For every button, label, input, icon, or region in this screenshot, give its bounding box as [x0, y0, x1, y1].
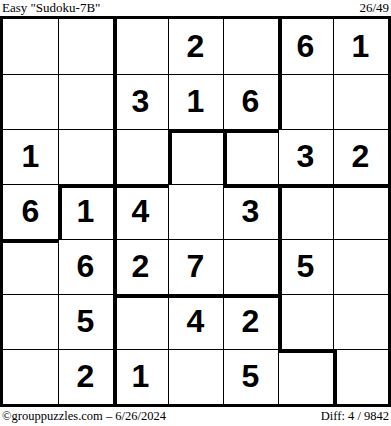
cell-r7c2[interactable]: 2: [58, 349, 113, 404]
cell-r1c6[interactable]: 6: [278, 19, 333, 74]
cell-r6c1[interactable]: [3, 294, 58, 349]
cell-r4c7[interactable]: [333, 184, 388, 239]
cell-r6c6[interactable]: [278, 294, 333, 349]
cell-r7c3[interactable]: 1: [113, 349, 168, 404]
puzzle-title: Easy "Sudoku-7B": [2, 0, 100, 15]
cell-r7c5[interactable]: 5: [223, 349, 278, 404]
header: Easy "Sudoku-7B" 26/49: [2, 0, 389, 15]
cell-r5c5[interactable]: [223, 239, 278, 294]
cell-r4c5[interactable]: 3: [223, 184, 278, 239]
cell-r2c5[interactable]: 6: [223, 74, 278, 129]
cell-r2c4[interactable]: 1: [168, 74, 223, 129]
cell-r5c1[interactable]: [3, 239, 58, 294]
cell-r4c1[interactable]: 6: [3, 184, 58, 239]
cell-r1c1[interactable]: [3, 19, 58, 74]
cell-r7c6[interactable]: [278, 349, 333, 404]
cell-r6c3[interactable]: [113, 294, 168, 349]
copyright-text: ©grouppuzzles.com – 6/26/2024: [2, 409, 166, 424]
cell-r6c2[interactable]: 5: [58, 294, 113, 349]
cell-r7c4[interactable]: [168, 349, 223, 404]
cell-r3c2[interactable]: [58, 129, 113, 184]
cell-r1c4[interactable]: 2: [168, 19, 223, 74]
cell-r7c1[interactable]: [3, 349, 58, 404]
cell-r3c1[interactable]: 1: [3, 129, 58, 184]
cell-r5c4[interactable]: 7: [168, 239, 223, 294]
cell-r2c2[interactable]: [58, 74, 113, 129]
cell-r7c7[interactable]: [333, 349, 388, 404]
cell-r3c5[interactable]: [223, 129, 278, 184]
cell-r5c3[interactable]: 2: [113, 239, 168, 294]
cell-r1c3[interactable]: [113, 19, 168, 74]
cell-r6c7[interactable]: [333, 294, 388, 349]
cell-r2c1[interactable]: [3, 74, 58, 129]
page-counter: 26/49: [359, 0, 389, 15]
cell-r6c5[interactable]: 2: [223, 294, 278, 349]
cell-r4c2[interactable]: 1: [58, 184, 113, 239]
cell-r2c3[interactable]: 3: [113, 74, 168, 129]
cell-r5c2[interactable]: 6: [58, 239, 113, 294]
cell-r3c4[interactable]: [168, 129, 223, 184]
footer: ©grouppuzzles.com – 6/26/2024 Diff: 4 / …: [2, 409, 389, 424]
cell-r1c2[interactable]: [58, 19, 113, 74]
cell-r3c3[interactable]: [113, 129, 168, 184]
cell-r2c7[interactable]: [333, 74, 388, 129]
cell-r1c5[interactable]: [223, 19, 278, 74]
cell-r2c6[interactable]: [278, 74, 333, 129]
cell-r5c7[interactable]: [333, 239, 388, 294]
cell-r4c4[interactable]: [168, 184, 223, 239]
cell-r3c6[interactable]: 3: [278, 129, 333, 184]
cell-r5c6[interactable]: 5: [278, 239, 333, 294]
cell-r6c4[interactable]: 4: [168, 294, 223, 349]
sudoku-grid: 26131613261436275542215: [0, 16, 391, 407]
cell-r4c6[interactable]: [278, 184, 333, 239]
cell-r3c7[interactable]: 2: [333, 129, 388, 184]
difficulty-text: Diff: 4 / 9842: [321, 409, 389, 424]
cell-r4c3[interactable]: 4: [113, 184, 168, 239]
cell-r1c7[interactable]: 1: [333, 19, 388, 74]
